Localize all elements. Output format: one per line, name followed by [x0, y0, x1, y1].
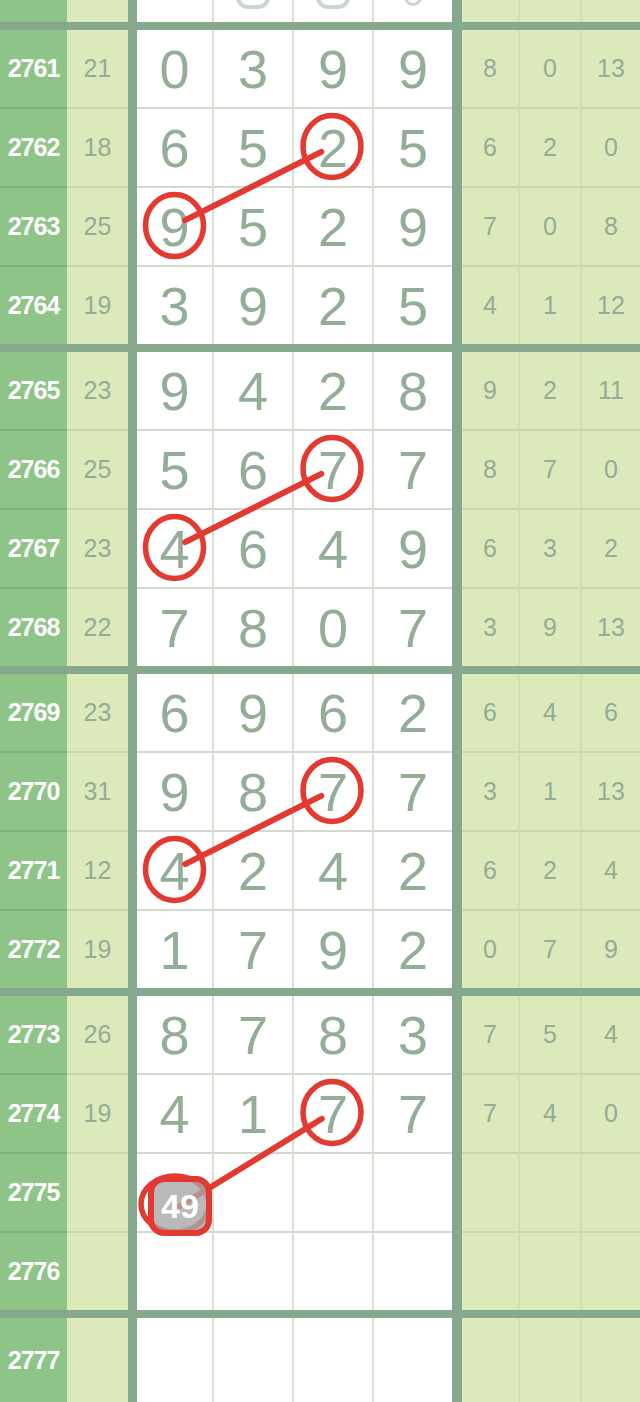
- stat-cell: 4: [580, 996, 640, 1073]
- digit-cell: 8: [372, 352, 452, 429]
- stat-value: 8: [483, 54, 497, 83]
- digit-value: 9: [398, 200, 428, 254]
- sum-value: 12: [84, 856, 112, 885]
- stat-value: 13: [597, 777, 625, 806]
- period-label: 2775: [8, 1178, 60, 1207]
- sum-value: 19: [84, 935, 112, 964]
- stat-cell: [580, 1231, 640, 1310]
- lottery-trend-chart[interactable]: 49 2761 21 0 3 9 9 8 0 13 2762 18 6 5 2 …: [0, 0, 640, 1402]
- digit-value: 8: [238, 765, 268, 819]
- sum-cell: 26: [67, 996, 128, 1073]
- digit-cell: 7: [212, 996, 292, 1073]
- digit-value: 5: [398, 279, 428, 333]
- vertical-divider: [128, 830, 137, 909]
- digit-cell: 3: [137, 265, 212, 344]
- vertical-divider: [452, 1073, 462, 1152]
- period-label: 2767: [8, 534, 60, 563]
- vertical-divider: [452, 674, 462, 751]
- period-label: 2769: [8, 698, 60, 727]
- clipped-digit-fragment: [404, 0, 422, 6]
- stat-cell: 11: [580, 352, 640, 429]
- stat-cell: 2: [518, 830, 580, 909]
- digit-cell: 2: [372, 909, 452, 988]
- vertical-divider: [452, 30, 462, 107]
- stat-value: 6: [604, 698, 618, 727]
- stat-cell: 3: [462, 751, 518, 830]
- stat-cell: 0: [518, 30, 580, 107]
- period-label: 2762: [8, 133, 60, 162]
- digit-cell: [137, 0, 212, 22]
- digit-cell: 4: [292, 508, 372, 587]
- digit-cell: 7: [372, 429, 452, 508]
- stat-cell: 7: [518, 429, 580, 508]
- sum-cell: 19: [67, 265, 128, 344]
- stat-cell: 9: [518, 587, 580, 666]
- stat-value: 1: [543, 291, 557, 320]
- vertical-divider: [128, 1152, 137, 1231]
- period-label: 2777: [8, 1346, 60, 1375]
- vertical-divider: [128, 909, 137, 988]
- digit-cell: 0: [137, 30, 212, 107]
- table-row: 2769 23 6 9 6 2 6 4 6: [0, 674, 640, 751]
- digit-value: 9: [159, 200, 189, 254]
- digit-value: 8: [159, 1008, 189, 1062]
- stat-value: 2: [604, 534, 618, 563]
- period-cell: 2771: [0, 830, 67, 909]
- sum-cell: 23: [67, 674, 128, 751]
- digit-cell: 9: [372, 508, 452, 587]
- stat-cell: 4: [518, 1073, 580, 1152]
- stat-value: 7: [483, 212, 497, 241]
- vertical-divider: [452, 107, 462, 186]
- table-row: 2764 19 3 9 2 5 4 1 12: [0, 265, 640, 344]
- period-label: 2766: [8, 455, 60, 484]
- digit-cell: [212, 1152, 292, 1231]
- digit-cell: [372, 0, 452, 22]
- digit-value: 4: [238, 364, 268, 418]
- digit-cell: 2: [372, 674, 452, 751]
- vertical-divider: [452, 1231, 462, 1310]
- sum-value: 21: [84, 54, 112, 83]
- stat-cell: 4: [580, 830, 640, 909]
- vertical-divider: [128, 1231, 137, 1310]
- stat-value: 0: [604, 133, 618, 162]
- stat-cell: 1: [518, 265, 580, 344]
- digit-cell: 7: [292, 1073, 372, 1152]
- stat-value: 6: [483, 698, 497, 727]
- digit-cell: [212, 0, 292, 22]
- prediction-badge[interactable]: 49: [148, 1176, 212, 1236]
- stat-cell: 5: [518, 996, 580, 1073]
- vertical-divider: [452, 1152, 462, 1231]
- digit-value: 9: [398, 522, 428, 576]
- digit-value: 7: [318, 765, 348, 819]
- table-row: 2773 26 8 7 8 3 7 5 4: [0, 996, 640, 1073]
- sum-cell: 22: [67, 587, 128, 666]
- period-label: 2764: [8, 291, 60, 320]
- table-row: 2777: [0, 1318, 640, 1402]
- digit-cell: 4: [212, 352, 292, 429]
- digit-value: 7: [398, 765, 428, 819]
- stat-cell: 0: [580, 107, 640, 186]
- stat-value: 13: [597, 54, 625, 83]
- digit-value: 5: [159, 443, 189, 497]
- digit-cell: 8: [292, 996, 372, 1073]
- sum-cell: 25: [67, 186, 128, 265]
- digit-cell: 2: [292, 107, 372, 186]
- period-cell: 2776: [0, 1231, 67, 1310]
- period-label: 2768: [8, 613, 60, 642]
- vertical-divider: [128, 1073, 137, 1152]
- stat-cell: 6: [462, 508, 518, 587]
- stat-cell: [518, 1152, 580, 1231]
- digit-cell: 7: [137, 587, 212, 666]
- period-label: 2761: [8, 54, 60, 83]
- stat-value: 7: [483, 1099, 497, 1128]
- stat-value: 9: [543, 613, 557, 642]
- vertical-divider: [128, 265, 137, 344]
- stat-value: 8: [483, 455, 497, 484]
- digit-cell: 8: [137, 996, 212, 1073]
- stat-value: 0: [483, 935, 497, 964]
- stat-cell: 12: [580, 265, 640, 344]
- vertical-divider: [452, 909, 462, 988]
- stat-value: 7: [543, 455, 557, 484]
- table-row: 2770 31 9 8 7 7 3 1 13: [0, 751, 640, 830]
- digit-value: 7: [318, 443, 348, 497]
- digit-cell: 1: [212, 1073, 292, 1152]
- sum-cell: [67, 1231, 128, 1310]
- digit-cell: 5: [212, 186, 292, 265]
- vertical-divider: [128, 996, 137, 1073]
- stat-value: 0: [543, 54, 557, 83]
- table-row: 2771 12 4 2 4 2 6 2 4: [0, 830, 640, 909]
- digit-value: 7: [238, 1008, 268, 1062]
- stat-value: 0: [604, 455, 618, 484]
- digit-value: 9: [159, 765, 189, 819]
- digit-cell: 7: [372, 751, 452, 830]
- vertical-divider: [452, 830, 462, 909]
- digit-value: 7: [398, 1087, 428, 1141]
- stat-cell: 4: [518, 674, 580, 751]
- digit-value: 5: [238, 121, 268, 175]
- digit-value: 8: [398, 364, 428, 418]
- digit-cell: 1: [137, 909, 212, 988]
- digit-cell: [292, 0, 372, 22]
- digit-value: 3: [398, 1008, 428, 1062]
- digit-cell: [372, 1318, 452, 1402]
- table-row: 2765 23 9 4 2 8 9 2 11: [0, 352, 640, 429]
- digit-value: 6: [159, 121, 189, 175]
- digit-value: 6: [238, 443, 268, 497]
- stat-cell: [518, 0, 580, 22]
- group-separator: [0, 666, 640, 674]
- sum-cell: 31: [67, 751, 128, 830]
- digit-cell: 9: [212, 674, 292, 751]
- stat-cell: 6: [462, 107, 518, 186]
- table-row: 2761 21 0 3 9 9 8 0 13: [0, 30, 640, 107]
- digit-cell: 9: [137, 186, 212, 265]
- period-label: 2771: [8, 856, 60, 885]
- stat-cell: [462, 1231, 518, 1310]
- digit-cell: [292, 1318, 372, 1402]
- stat-value: 7: [483, 1020, 497, 1049]
- digit-cell: 4: [137, 1073, 212, 1152]
- vertical-divider: [452, 508, 462, 587]
- sum-cell: 25: [67, 429, 128, 508]
- digit-value: 5: [238, 200, 268, 254]
- digit-cell: [292, 1152, 372, 1231]
- digit-cell: [212, 1318, 292, 1402]
- vertical-divider: [128, 751, 137, 830]
- digit-value: 8: [238, 601, 268, 655]
- stat-value: 13: [597, 613, 625, 642]
- period-cell: 2767: [0, 508, 67, 587]
- table-row: 2774 19 4 1 7 7 7 4 0: [0, 1073, 640, 1152]
- digit-value: 2: [238, 844, 268, 898]
- digit-cell: [292, 1231, 372, 1310]
- sum-value: 23: [84, 534, 112, 563]
- sum-value: 31: [84, 777, 112, 806]
- vertical-divider: [128, 429, 137, 508]
- stat-value: 2: [543, 376, 557, 405]
- digit-value: 7: [398, 601, 428, 655]
- table-row: 2763 25 9 5 2 9 7 0 8: [0, 186, 640, 265]
- period-label: 2770: [8, 777, 60, 806]
- period-cell: 2761: [0, 30, 67, 107]
- digit-value: 2: [318, 364, 348, 418]
- digit-cell: 8: [212, 587, 292, 666]
- digit-value: 0: [159, 42, 189, 96]
- vertical-divider: [128, 1318, 137, 1402]
- sum-cell: 23: [67, 508, 128, 587]
- period-label: 2776: [8, 1257, 60, 1286]
- stat-cell: 8: [462, 429, 518, 508]
- stat-cell: [462, 0, 518, 22]
- stat-cell: 2: [518, 352, 580, 429]
- stat-cell: 13: [580, 751, 640, 830]
- stat-value: 0: [604, 1099, 618, 1128]
- period-label: 2774: [8, 1099, 60, 1128]
- sum-cell: [67, 1152, 128, 1231]
- digit-value: 9: [318, 42, 348, 96]
- stat-value: 8: [604, 212, 618, 241]
- sum-value: 18: [84, 133, 112, 162]
- digit-cell: [137, 1318, 212, 1402]
- stat-value: 4: [483, 291, 497, 320]
- vertical-divider: [452, 186, 462, 265]
- stat-cell: 9: [580, 909, 640, 988]
- clipped-digit-fragment: [316, 0, 350, 9]
- vertical-divider: [128, 107, 137, 186]
- digit-value: 7: [238, 923, 268, 977]
- stat-value: 4: [604, 856, 618, 885]
- digit-value: 9: [238, 279, 268, 333]
- digit-cell: 9: [372, 30, 452, 107]
- digit-cell: 6: [137, 107, 212, 186]
- period-cell: 2764: [0, 265, 67, 344]
- vertical-divider: [452, 587, 462, 666]
- digit-cell: 9: [137, 352, 212, 429]
- digit-value: 6: [238, 522, 268, 576]
- sum-cell: 12: [67, 830, 128, 909]
- period-label: 2772: [8, 935, 60, 964]
- digit-value: 0: [318, 601, 348, 655]
- period-cell: 2777: [0, 1318, 67, 1402]
- stat-value: 3: [483, 613, 497, 642]
- digit-cell: 2: [292, 352, 372, 429]
- clipped-digit-fragment: [236, 0, 270, 9]
- period-label: 2765: [8, 376, 60, 405]
- stat-cell: 0: [462, 909, 518, 988]
- digit-cell: 7: [212, 909, 292, 988]
- stat-cell: [462, 1318, 518, 1402]
- stat-value: 3: [543, 534, 557, 563]
- vertical-divider: [452, 996, 462, 1073]
- digit-cell: 2: [292, 265, 372, 344]
- vertical-divider: [128, 0, 137, 22]
- digit-value: 4: [318, 522, 348, 576]
- period-cell: 2765: [0, 352, 67, 429]
- digit-cell: 5: [372, 265, 452, 344]
- stat-cell: 8: [580, 186, 640, 265]
- period-cell: 2772: [0, 909, 67, 988]
- group-separator: [0, 344, 640, 352]
- stat-cell: 7: [462, 996, 518, 1073]
- stat-cell: [518, 1231, 580, 1310]
- digit-cell: 9: [212, 265, 292, 344]
- stat-cell: 9: [462, 352, 518, 429]
- stat-cell: 7: [462, 1073, 518, 1152]
- digit-cell: 9: [137, 751, 212, 830]
- digit-cell: 2: [292, 186, 372, 265]
- stat-cell: [580, 0, 640, 22]
- digit-cell: 3: [372, 996, 452, 1073]
- stat-cell: [462, 1152, 518, 1231]
- stat-cell: 4: [462, 265, 518, 344]
- stat-value: 9: [604, 935, 618, 964]
- digit-cell: 8: [212, 751, 292, 830]
- vertical-divider: [452, 1318, 462, 1402]
- digit-value: 1: [159, 923, 189, 977]
- stat-cell: [580, 1152, 640, 1231]
- digit-cell: 9: [372, 186, 452, 265]
- period-label: 2773: [8, 1020, 60, 1049]
- table-row: 2766 25 5 6 7 7 8 7 0: [0, 429, 640, 508]
- sum-value: 25: [84, 455, 112, 484]
- digit-value: 9: [398, 42, 428, 96]
- period-label: 2763: [8, 212, 60, 241]
- digit-value: 7: [398, 443, 428, 497]
- table-row: 2762 18 6 5 2 5 6 2 0: [0, 107, 640, 186]
- vertical-divider: [128, 674, 137, 751]
- digit-cell: 5: [372, 107, 452, 186]
- digit-value: 1: [238, 1087, 268, 1141]
- stat-value: 2: [543, 133, 557, 162]
- vertical-divider: [128, 508, 137, 587]
- digit-value: 6: [318, 686, 348, 740]
- stat-cell: 1: [518, 751, 580, 830]
- table-row: 2767 23 4 6 4 9 6 3 2: [0, 508, 640, 587]
- digit-value: 8: [318, 1008, 348, 1062]
- stat-value: 0: [543, 212, 557, 241]
- digit-cell: 4: [137, 508, 212, 587]
- digit-cell: 9: [292, 909, 372, 988]
- stat-value: 4: [543, 1099, 557, 1128]
- prediction-badge-label: 49: [161, 1187, 199, 1226]
- sum-cell: [67, 0, 128, 22]
- digit-value: 3: [238, 42, 268, 96]
- digit-value: 4: [159, 844, 189, 898]
- stat-cell: 3: [518, 508, 580, 587]
- period-cell: 2769: [0, 674, 67, 751]
- table-row-clipped: [0, 0, 640, 22]
- digit-cell: 7: [292, 429, 372, 508]
- vertical-divider: [128, 186, 137, 265]
- stat-cell: 3: [462, 587, 518, 666]
- vertical-divider: [452, 0, 462, 22]
- digit-cell: 5: [137, 429, 212, 508]
- digit-value: 3: [159, 279, 189, 333]
- stat-value: 5: [543, 1020, 557, 1049]
- sum-value: 23: [84, 698, 112, 727]
- sum-value: 22: [84, 613, 112, 642]
- stat-cell: 7: [518, 909, 580, 988]
- digit-value: 7: [318, 1087, 348, 1141]
- digit-value: 5: [398, 121, 428, 175]
- sum-cell: 18: [67, 107, 128, 186]
- stat-cell: 2: [518, 107, 580, 186]
- period-cell: 2762: [0, 107, 67, 186]
- stat-cell: 0: [580, 1073, 640, 1152]
- digit-cell: 7: [292, 751, 372, 830]
- digit-value: 4: [159, 1087, 189, 1141]
- period-cell: 2768: [0, 587, 67, 666]
- digit-value: 2: [398, 844, 428, 898]
- group-separator: [0, 1310, 640, 1318]
- digit-cell: 0: [292, 587, 372, 666]
- digit-value: 2: [318, 200, 348, 254]
- digit-value: 4: [159, 522, 189, 576]
- table-row: 2772 19 1 7 9 2 0 7 9: [0, 909, 640, 988]
- stat-value: 6: [483, 856, 497, 885]
- digit-value: 2: [398, 686, 428, 740]
- stat-cell: [518, 1318, 580, 1402]
- stat-value: 11: [598, 376, 624, 405]
- stat-value: 12: [597, 291, 625, 320]
- stat-cell: 7: [462, 186, 518, 265]
- stat-cell: 13: [580, 587, 640, 666]
- digit-value: 2: [318, 121, 348, 175]
- digit-cell: [372, 1231, 452, 1310]
- period-cell: 2773: [0, 996, 67, 1073]
- digit-cell: 4: [292, 830, 372, 909]
- stat-cell: 13: [580, 30, 640, 107]
- stat-cell: 2: [580, 508, 640, 587]
- table-row: 2776: [0, 1231, 640, 1310]
- sum-value: 25: [84, 212, 112, 241]
- group-separator: [0, 22, 640, 30]
- stat-cell: [580, 1318, 640, 1402]
- period-cell: 2774: [0, 1073, 67, 1152]
- digit-value: 9: [238, 686, 268, 740]
- digit-cell: [137, 1231, 212, 1310]
- digit-value: 6: [159, 686, 189, 740]
- stat-cell: 8: [462, 30, 518, 107]
- digit-value: 7: [159, 601, 189, 655]
- digit-cell: [372, 1152, 452, 1231]
- sum-cell: 19: [67, 909, 128, 988]
